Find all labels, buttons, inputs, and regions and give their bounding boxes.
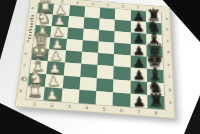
- square-g4[interactable]: [79, 77, 97, 91]
- coordinate-label: 1: [33, 102, 37, 106]
- coordinate-label: b: [166, 28, 169, 32]
- coordinate-label: 5: [103, 107, 106, 111]
- square-f4[interactable]: [80, 64, 97, 78]
- square-h1[interactable]: ♜: [26, 86, 45, 101]
- black-pawn[interactable]: ♟: [127, 94, 150, 107]
- square-g5[interactable]: [96, 78, 113, 92]
- coordinate-label: 8: [154, 111, 157, 115]
- coordinate-label: 6: [122, 5, 125, 8]
- photo-background: 12345678 12345678 abcdefgh abcdefgh ♜♟♟♜…: [0, 0, 200, 134]
- coordinate-label: 7: [137, 109, 140, 113]
- coordinate-label: 4: [85, 106, 88, 110]
- coordinate-label: 6: [120, 108, 123, 112]
- coordinate-label: 2: [50, 103, 53, 107]
- coordinate-label: g: [168, 88, 171, 92]
- board-scene: 12345678 12345678 abcdefgh abcdefgh ♜♟♟♜…: [23, 0, 173, 128]
- coordinate-label: a: [165, 17, 168, 21]
- coordinate-label: f: [168, 75, 171, 79]
- square-h5[interactable]: [96, 91, 114, 106]
- square-g3[interactable]: [62, 75, 80, 89]
- coordinate-label: e: [167, 63, 170, 67]
- square-d4[interactable]: [82, 40, 99, 53]
- coordinate-label: 5: [106, 3, 109, 6]
- backdrop-corner-top-left: [0, 0, 17, 60]
- coordinate-label: 3: [68, 104, 71, 108]
- coordinate-label: 3: [76, 1, 79, 4]
- backdrop-corner-bottom-right: [184, 95, 200, 134]
- white-rook[interactable]: ♜: [24, 83, 47, 100]
- square-h7[interactable]: ♟: [130, 93, 147, 108]
- square-h4[interactable]: [78, 90, 96, 105]
- coordinate-label: 4: [91, 2, 94, 5]
- coordinate-label: f: [23, 64, 26, 68]
- board-3d-wrapper: 12345678 12345678 abcdefgh abcdefgh ♜♟♟♜…: [14, 0, 175, 119]
- coordinate-label: c: [166, 39, 169, 43]
- coordinate-label: h: [169, 101, 172, 105]
- square-c5[interactable]: [99, 30, 115, 43]
- square-d3[interactable]: [66, 39, 83, 52]
- square-c3[interactable]: [67, 27, 84, 40]
- chess-board: 12345678 12345678 abcdefgh abcdefgh ♜♟♟♜…: [14, 0, 175, 119]
- square-h3[interactable]: [61, 88, 79, 103]
- square-d5[interactable]: [98, 41, 114, 54]
- coordinate-label: e: [24, 52, 27, 56]
- coordinate-label: h: [19, 90, 23, 94]
- square-f5[interactable]: [97, 65, 114, 79]
- square-f3[interactable]: [63, 63, 81, 77]
- coordinate-label: d: [167, 51, 170, 55]
- square-e4[interactable]: [81, 52, 98, 65]
- square-h2[interactable]: ♟: [44, 87, 63, 102]
- coordinate-label: a: [31, 6, 34, 10]
- board-grid: ♜♟♟♜♞♟♟♞♝♟♟♝♛♟♟♛♚♟♟♚♝♟♟♝♞♟♟♞♜♟♟♜: [26, 3, 164, 110]
